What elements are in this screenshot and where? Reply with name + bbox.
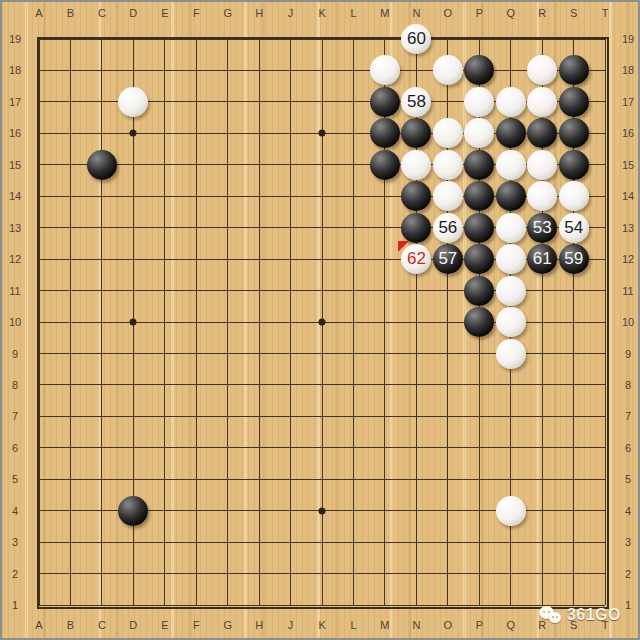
star-point-D10 bbox=[130, 319, 137, 326]
coord-label-left-12: 12 bbox=[9, 253, 21, 265]
stone-black-R13: 53 bbox=[527, 213, 557, 243]
stone-black-C15 bbox=[87, 150, 117, 180]
stone-black-P12 bbox=[464, 244, 494, 274]
coord-label-top-C: C bbox=[98, 7, 106, 19]
stone-black-M16 bbox=[370, 118, 400, 148]
stone-white-N17: 58 bbox=[401, 87, 431, 117]
coord-label-top-B: B bbox=[67, 7, 74, 19]
coord-label-left-10: 10 bbox=[9, 316, 21, 328]
stone-white-Q10 bbox=[496, 307, 526, 337]
stone-black-S17 bbox=[559, 87, 589, 117]
stone-black-M17 bbox=[370, 87, 400, 117]
stone-white-Q11 bbox=[496, 276, 526, 306]
last-move-marker-icon bbox=[398, 241, 409, 252]
coord-label-top-K: K bbox=[318, 7, 325, 19]
stone-black-P13 bbox=[464, 213, 494, 243]
stone-white-R18 bbox=[527, 55, 557, 85]
move-number-57: 57 bbox=[438, 244, 457, 274]
coord-label-right-1: 1 bbox=[625, 599, 631, 611]
coord-label-right-14: 14 bbox=[622, 190, 634, 202]
star-point-K16 bbox=[319, 130, 326, 137]
stone-black-Q16 bbox=[496, 118, 526, 148]
coord-label-right-11: 11 bbox=[622, 285, 633, 297]
coord-label-right-5: 5 bbox=[625, 473, 631, 485]
move-number-62: 62 bbox=[407, 244, 426, 274]
coord-label-right-4: 4 bbox=[625, 505, 631, 517]
coord-label-left-17: 17 bbox=[9, 96, 21, 108]
coord-label-right-19: 19 bbox=[622, 33, 634, 45]
stone-black-P14 bbox=[464, 181, 494, 211]
coord-label-bottom-E: E bbox=[161, 619, 168, 631]
coord-label-top-G: G bbox=[223, 7, 232, 19]
stone-white-D17 bbox=[118, 87, 148, 117]
coord-label-left-5: 5 bbox=[12, 473, 18, 485]
star-point-D16 bbox=[130, 130, 137, 137]
coord-label-right-9: 9 bbox=[625, 348, 631, 360]
stone-white-O18 bbox=[433, 55, 463, 85]
move-number-58: 58 bbox=[407, 87, 426, 117]
stone-white-N19: 60 bbox=[401, 24, 431, 54]
coord-label-right-18: 18 bbox=[622, 64, 634, 76]
stone-white-Q15 bbox=[496, 150, 526, 180]
move-number-54: 54 bbox=[564, 213, 583, 243]
stone-white-R17 bbox=[527, 87, 557, 117]
coord-label-top-M: M bbox=[380, 7, 389, 19]
coord-label-top-J: J bbox=[288, 7, 294, 19]
coord-label-bottom-B: B bbox=[67, 619, 74, 631]
watermark-text: 361GO bbox=[567, 606, 621, 624]
coord-label-top-Q: Q bbox=[506, 7, 515, 19]
move-number-59: 59 bbox=[564, 244, 583, 274]
coord-label-right-3: 3 bbox=[625, 536, 631, 548]
stone-white-Q12 bbox=[496, 244, 526, 274]
stone-white-Q13 bbox=[496, 213, 526, 243]
stone-black-Q14 bbox=[496, 181, 526, 211]
move-number-53: 53 bbox=[533, 213, 552, 243]
coord-label-bottom-A: A bbox=[35, 619, 42, 631]
coord-label-right-2: 2 bbox=[625, 568, 631, 580]
stone-white-R15 bbox=[527, 150, 557, 180]
coord-label-top-E: E bbox=[161, 7, 168, 19]
stone-black-P10 bbox=[464, 307, 494, 337]
coord-label-left-6: 6 bbox=[12, 442, 18, 454]
coord-label-left-16: 16 bbox=[9, 127, 21, 139]
stone-white-O15 bbox=[433, 150, 463, 180]
coord-label-right-12: 12 bbox=[622, 253, 634, 265]
coord-label-right-7: 7 bbox=[625, 410, 631, 422]
move-number-56: 56 bbox=[438, 213, 457, 243]
stone-white-Q17 bbox=[496, 87, 526, 117]
coord-label-left-13: 13 bbox=[9, 222, 21, 234]
coord-label-top-S: S bbox=[570, 7, 577, 19]
coord-label-top-R: R bbox=[538, 7, 546, 19]
move-number-60: 60 bbox=[407, 24, 426, 54]
stone-white-Q4 bbox=[496, 496, 526, 526]
move-number-61: 61 bbox=[533, 244, 552, 274]
stone-white-N12: 62 bbox=[401, 244, 431, 274]
stone-white-Q9 bbox=[496, 339, 526, 369]
stone-black-N13 bbox=[401, 213, 431, 243]
coord-label-bottom-D: D bbox=[129, 619, 137, 631]
coord-label-bottom-M: M bbox=[380, 619, 389, 631]
coord-label-left-19: 19 bbox=[9, 33, 21, 45]
coord-label-top-A: A bbox=[35, 7, 42, 19]
coord-label-bottom-K: K bbox=[318, 619, 325, 631]
coord-label-left-15: 15 bbox=[9, 159, 21, 171]
coord-label-left-2: 2 bbox=[12, 568, 18, 580]
stone-black-P18 bbox=[464, 55, 494, 85]
stone-black-P15 bbox=[464, 150, 494, 180]
coord-label-bottom-C: C bbox=[98, 619, 106, 631]
stone-black-S16 bbox=[559, 118, 589, 148]
stone-black-R16 bbox=[527, 118, 557, 148]
stone-black-R12: 61 bbox=[527, 244, 557, 274]
coord-label-right-16: 16 bbox=[622, 127, 634, 139]
coord-label-bottom-F: F bbox=[193, 619, 200, 631]
coord-label-top-P: P bbox=[476, 7, 483, 19]
coord-label-top-L: L bbox=[350, 7, 356, 19]
go-diagram-screenshot: AABBCCDDEEFFGGHHJJKKLLMMNNOOPPQQRRSSTT19… bbox=[0, 0, 640, 640]
stone-white-R14 bbox=[527, 181, 557, 211]
stone-white-S14 bbox=[559, 181, 589, 211]
stone-white-N15 bbox=[401, 150, 431, 180]
stone-black-P11 bbox=[464, 276, 494, 306]
coord-label-top-O: O bbox=[444, 7, 453, 19]
coord-label-left-3: 3 bbox=[12, 536, 18, 548]
coord-label-right-17: 17 bbox=[622, 96, 634, 108]
watermark: 361GO bbox=[539, 605, 621, 625]
coord-label-bottom-H: H bbox=[255, 619, 263, 631]
stone-white-S13: 54 bbox=[559, 213, 589, 243]
star-point-K10 bbox=[319, 319, 326, 326]
stone-black-M15 bbox=[370, 150, 400, 180]
coord-label-right-15: 15 bbox=[622, 159, 634, 171]
coord-label-left-14: 14 bbox=[9, 190, 21, 202]
coord-label-bottom-J: J bbox=[288, 619, 294, 631]
coord-label-left-8: 8 bbox=[12, 379, 18, 391]
coord-label-bottom-G: G bbox=[223, 619, 232, 631]
stone-black-N14 bbox=[401, 181, 431, 211]
coord-label-bottom-L: L bbox=[350, 619, 356, 631]
stone-black-N16 bbox=[401, 118, 431, 148]
coord-label-bottom-N: N bbox=[412, 619, 420, 631]
coord-label-left-4: 4 bbox=[12, 505, 18, 517]
coord-label-right-10: 10 bbox=[622, 316, 634, 328]
coord-label-bottom-O: O bbox=[444, 619, 453, 631]
stone-white-P17 bbox=[464, 87, 494, 117]
coord-label-left-11: 11 bbox=[9, 285, 20, 297]
coord-label-left-9: 9 bbox=[12, 348, 18, 360]
stone-black-S15 bbox=[559, 150, 589, 180]
stone-white-M18 bbox=[370, 55, 400, 85]
star-point-K4 bbox=[319, 507, 326, 514]
stone-black-S18 bbox=[559, 55, 589, 85]
coord-label-top-D: D bbox=[129, 7, 137, 19]
stone-black-O12: 57 bbox=[433, 244, 463, 274]
coord-label-top-N: N bbox=[412, 7, 420, 19]
coord-label-right-13: 13 bbox=[622, 222, 634, 234]
coord-label-left-1: 1 bbox=[12, 599, 18, 611]
coord-label-right-6: 6 bbox=[625, 442, 631, 454]
wechat-icon bbox=[539, 605, 563, 625]
coord-label-left-18: 18 bbox=[9, 64, 21, 76]
go-board[interactable]: AABBCCDDEEFFGGHHJJKKLLMMNNOOPPQQRRSSTT19… bbox=[2, 2, 640, 640]
stone-white-O13: 56 bbox=[433, 213, 463, 243]
stone-white-O16 bbox=[433, 118, 463, 148]
coord-label-bottom-P: P bbox=[476, 619, 483, 631]
coord-label-top-T: T bbox=[602, 7, 609, 19]
coord-label-left-7: 7 bbox=[12, 410, 18, 422]
stone-black-D4 bbox=[118, 496, 148, 526]
stone-black-S12: 59 bbox=[559, 244, 589, 274]
coord-label-top-F: F bbox=[193, 7, 200, 19]
coord-label-bottom-Q: Q bbox=[506, 619, 515, 631]
stone-white-P16 bbox=[464, 118, 494, 148]
stone-white-O14 bbox=[433, 181, 463, 211]
coord-label-right-8: 8 bbox=[625, 379, 631, 391]
coord-label-top-H: H bbox=[255, 7, 263, 19]
